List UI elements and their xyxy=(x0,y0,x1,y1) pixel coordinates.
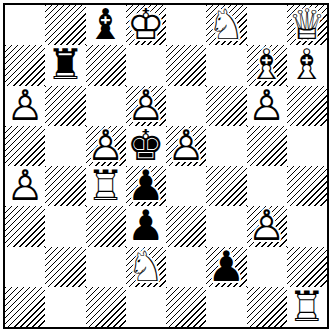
piece-halo: ♝ xyxy=(247,45,287,85)
piece-halo: ♝ xyxy=(86,5,126,45)
square-f1[interactable] xyxy=(206,287,246,327)
square-a6[interactable]: ♟♙ xyxy=(5,86,45,126)
piece-halo: ♟ xyxy=(5,86,45,126)
piece-glyph: ♔ xyxy=(126,5,166,45)
piece-halo: ♛ xyxy=(287,5,327,45)
piece-glyph: ♗ xyxy=(287,45,327,85)
square-g3[interactable]: ♟♙ xyxy=(247,206,287,246)
square-c8[interactable]: ♝♝ xyxy=(86,5,126,45)
square-f8[interactable]: ♞♘ xyxy=(206,5,246,45)
piece-halo: ♚ xyxy=(126,126,166,166)
black-pawn-piece: ♟♟ xyxy=(126,206,166,246)
square-g6[interactable]: ♟♙ xyxy=(247,86,287,126)
square-e2[interactable] xyxy=(166,247,206,287)
square-e5[interactable]: ♟♙ xyxy=(166,126,206,166)
square-h1[interactable]: ♜♖ xyxy=(287,287,327,327)
piece-halo: ♜ xyxy=(86,166,126,206)
square-f3[interactable] xyxy=(206,206,246,246)
piece-halo: ♝ xyxy=(287,45,327,85)
piece-halo: ♟ xyxy=(86,126,126,166)
square-a1[interactable] xyxy=(5,287,45,327)
black-king-piece: ♚♚ xyxy=(126,126,166,166)
piece-glyph: ♘ xyxy=(206,5,246,45)
square-d3[interactable]: ♟♟ xyxy=(126,206,166,246)
square-g7[interactable]: ♝♗ xyxy=(247,45,287,85)
square-h7[interactable]: ♝♗ xyxy=(287,45,327,85)
square-h8[interactable]: ♛♕ xyxy=(287,5,327,45)
square-f6[interactable] xyxy=(206,86,246,126)
square-e4[interactable] xyxy=(166,166,206,206)
square-h6[interactable] xyxy=(287,86,327,126)
square-d5[interactable]: ♚♚ xyxy=(126,126,166,166)
square-e6[interactable] xyxy=(166,86,206,126)
square-g4[interactable] xyxy=(247,166,287,206)
square-a2[interactable] xyxy=(5,247,45,287)
square-b4[interactable] xyxy=(45,166,85,206)
piece-glyph: ♟ xyxy=(126,166,166,206)
square-h2[interactable] xyxy=(287,247,327,287)
square-a3[interactable] xyxy=(5,206,45,246)
piece-glyph: ♙ xyxy=(166,126,206,166)
piece-glyph: ♙ xyxy=(5,86,45,126)
piece-glyph: ♝ xyxy=(86,5,126,45)
square-c4[interactable]: ♜♖ xyxy=(86,166,126,206)
chess-diagram: ♝♝♚♔♞♘♛♕♜♜♝♗♝♗♟♙♟♙♟♙♟♙♚♚♟♙♟♙♜♖♟♟♟♟♟♙♞♘♟♟… xyxy=(0,0,332,332)
piece-halo: ♟ xyxy=(247,206,287,246)
square-h3[interactable] xyxy=(287,206,327,246)
square-f7[interactable] xyxy=(206,45,246,85)
piece-halo: ♟ xyxy=(247,86,287,126)
piece-halo: ♟ xyxy=(126,166,166,206)
square-b2[interactable] xyxy=(45,247,85,287)
square-d2[interactable]: ♞♘ xyxy=(126,247,166,287)
white-pawn-piece: ♟♙ xyxy=(247,86,287,126)
square-e3[interactable] xyxy=(166,206,206,246)
piece-glyph: ♙ xyxy=(247,206,287,246)
square-d1[interactable] xyxy=(126,287,166,327)
square-g5[interactable] xyxy=(247,126,287,166)
piece-halo: ♟ xyxy=(166,126,206,166)
piece-glyph: ♖ xyxy=(287,287,327,327)
white-pawn-piece: ♟♙ xyxy=(247,206,287,246)
square-a4[interactable]: ♟♙ xyxy=(5,166,45,206)
square-g8[interactable] xyxy=(247,5,287,45)
white-pawn-piece: ♟♙ xyxy=(86,126,126,166)
piece-halo: ♟ xyxy=(206,247,246,287)
square-e1[interactable] xyxy=(166,287,206,327)
square-e8[interactable] xyxy=(166,5,206,45)
piece-halo: ♜ xyxy=(287,287,327,327)
square-a5[interactable] xyxy=(5,126,45,166)
white-pawn-piece: ♟♙ xyxy=(166,126,206,166)
square-a7[interactable] xyxy=(5,45,45,85)
square-d4[interactable]: ♟♟ xyxy=(126,166,166,206)
square-b7[interactable]: ♜♜ xyxy=(45,45,85,85)
piece-halo: ♚ xyxy=(126,5,166,45)
piece-glyph: ♗ xyxy=(247,45,287,85)
square-e7[interactable] xyxy=(166,45,206,85)
square-b3[interactable] xyxy=(45,206,85,246)
piece-glyph: ♙ xyxy=(5,166,45,206)
square-d8[interactable]: ♚♔ xyxy=(126,5,166,45)
black-rook-piece: ♜♜ xyxy=(45,45,85,85)
square-h5[interactable] xyxy=(287,126,327,166)
white-pawn-piece: ♟♙ xyxy=(126,86,166,126)
square-c2[interactable] xyxy=(86,247,126,287)
white-king-piece: ♚♔ xyxy=(126,5,166,45)
white-rook-piece: ♜♖ xyxy=(86,166,126,206)
black-pawn-piece: ♟♟ xyxy=(206,247,246,287)
square-d7[interactable] xyxy=(126,45,166,85)
square-b5[interactable] xyxy=(45,126,85,166)
piece-glyph: ♘ xyxy=(126,247,166,287)
square-a8[interactable] xyxy=(5,5,45,45)
square-b8[interactable] xyxy=(45,5,85,45)
square-f2[interactable]: ♟♟ xyxy=(206,247,246,287)
square-c6[interactable] xyxy=(86,86,126,126)
piece-glyph: ♟ xyxy=(126,206,166,246)
piece-halo: ♟ xyxy=(126,86,166,126)
chess-board: ♝♝♚♔♞♘♛♕♜♜♝♗♝♗♟♙♟♙♟♙♟♙♚♚♟♙♟♙♜♖♟♟♟♟♟♙♞♘♟♟… xyxy=(5,5,327,327)
white-knight-piece: ♞♘ xyxy=(206,5,246,45)
square-f5[interactable] xyxy=(206,126,246,166)
white-rook-piece: ♜♖ xyxy=(287,287,327,327)
piece-glyph: ♟ xyxy=(206,247,246,287)
square-c7[interactable] xyxy=(86,45,126,85)
white-pawn-piece: ♟♙ xyxy=(5,86,45,126)
piece-glyph: ♕ xyxy=(287,5,327,45)
square-c3[interactable] xyxy=(86,206,126,246)
piece-halo: ♟ xyxy=(5,166,45,206)
piece-glyph: ♙ xyxy=(247,86,287,126)
piece-glyph: ♜ xyxy=(45,45,85,85)
square-d6[interactable]: ♟♙ xyxy=(126,86,166,126)
square-h4[interactable] xyxy=(287,166,327,206)
piece-glyph: ♙ xyxy=(126,86,166,126)
piece-glyph: ♚ xyxy=(126,126,166,166)
piece-glyph: ♙ xyxy=(86,126,126,166)
white-knight-piece: ♞♘ xyxy=(126,247,166,287)
piece-halo: ♞ xyxy=(126,247,166,287)
black-pawn-piece: ♟♟ xyxy=(126,166,166,206)
square-c5[interactable]: ♟♙ xyxy=(86,126,126,166)
piece-glyph: ♖ xyxy=(86,166,126,206)
square-b1[interactable] xyxy=(45,287,85,327)
square-b6[interactable] xyxy=(45,86,85,126)
black-bishop-piece: ♝♝ xyxy=(86,5,126,45)
piece-halo: ♞ xyxy=(206,5,246,45)
piece-halo: ♜ xyxy=(45,45,85,85)
white-bishop-piece: ♝♗ xyxy=(247,45,287,85)
square-g1[interactable] xyxy=(247,287,287,327)
white-queen-piece: ♛♕ xyxy=(287,5,327,45)
white-pawn-piece: ♟♙ xyxy=(5,166,45,206)
white-bishop-piece: ♝♗ xyxy=(287,45,327,85)
square-g2[interactable] xyxy=(247,247,287,287)
piece-halo: ♟ xyxy=(126,206,166,246)
square-c1[interactable] xyxy=(86,287,126,327)
square-f4[interactable] xyxy=(206,166,246,206)
